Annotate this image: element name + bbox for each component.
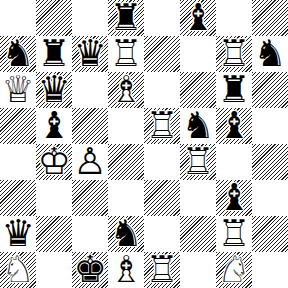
square-b3[interactable] [36,180,72,216]
white-knight-icon: ♘ [216,252,252,288]
white-rook-icon: ♖ [216,216,252,252]
square-c3[interactable] [72,180,108,216]
square-c6[interactable] [72,72,108,108]
square-c7[interactable]: ♛♛ [72,36,108,72]
square-h1[interactable] [252,252,288,288]
piece-black-bishop[interactable]: ♝♝ [36,108,72,144]
white-rook-icon: ♖ [144,252,180,288]
black-bishop-icon: ♝ [216,180,252,216]
white-rook-icon: ♖ [108,36,144,72]
square-f5[interactable]: ♞♞ [180,108,216,144]
piece-white-knight[interactable]: ♞♘ [216,252,252,288]
piece-black-king[interactable]: ♚♚ [72,252,108,288]
piece-white-bishop[interactable]: ♝♗ [108,72,144,108]
piece-white-rook[interactable]: ♜♖ [144,252,180,288]
black-knight-icon: ♞ [180,108,216,144]
square-e8[interactable] [144,0,180,36]
square-g4[interactable] [216,144,252,180]
black-king-icon: ♚ [72,252,108,288]
piece-black-bishop[interactable]: ♝♝ [216,108,252,144]
square-f4[interactable]: ♜♖ [180,144,216,180]
piece-black-knight[interactable]: ♞♞ [108,216,144,252]
square-g5[interactable]: ♝♝ [216,108,252,144]
square-h3[interactable] [252,180,288,216]
white-pawn-icon: ♙ [72,144,108,180]
square-c5[interactable] [72,108,108,144]
square-c8[interactable] [72,0,108,36]
white-king-icon: ♔ [36,144,72,180]
white-knight-icon: ♘ [0,252,36,288]
black-knight-icon: ♞ [108,216,144,252]
square-b6[interactable]: ♛♛ [36,72,72,108]
piece-black-knight[interactable]: ♞♞ [252,36,288,72]
white-rook-icon: ♖ [216,36,252,72]
square-f6[interactable] [180,72,216,108]
square-e6[interactable] [144,72,180,108]
square-a3[interactable] [0,180,36,216]
piece-black-knight[interactable]: ♞♞ [180,108,216,144]
piece-white-queen[interactable]: ♛♕ [0,72,36,108]
square-h5[interactable] [252,108,288,144]
white-bishop-icon: ♗ [108,72,144,108]
white-rook-icon: ♖ [180,144,216,180]
square-b8[interactable] [36,0,72,36]
square-h2[interactable] [252,216,288,252]
square-h6[interactable] [252,72,288,108]
black-rook-icon: ♜ [216,72,252,108]
piece-black-rook[interactable]: ♜♜ [216,72,252,108]
square-f2[interactable] [180,216,216,252]
black-rook-icon: ♜ [36,36,72,72]
square-g3[interactable]: ♝♝ [216,180,252,216]
piece-white-king[interactable]: ♚♔ [36,144,72,180]
square-a6[interactable]: ♛♕ [0,72,36,108]
black-rook-icon: ♜ [108,0,144,36]
piece-white-knight[interactable]: ♞♘ [0,252,36,288]
square-f7[interactable] [180,36,216,72]
piece-white-rook[interactable]: ♜♖ [216,216,252,252]
square-d2[interactable]: ♞♞ [108,216,144,252]
white-bishop-icon: ♗ [108,252,144,288]
square-g7[interactable]: ♜♖ [216,36,252,72]
piece-white-rook[interactable]: ♜♖ [144,108,180,144]
square-c1[interactable]: ♚♚ [72,252,108,288]
square-b7[interactable]: ♜♜ [36,36,72,72]
piece-white-rook[interactable]: ♜♖ [108,36,144,72]
square-d8[interactable]: ♜♜ [108,0,144,36]
square-e2[interactable] [144,216,180,252]
piece-white-pawn[interactable]: ♟♙ [72,144,108,180]
square-g2[interactable]: ♜♖ [216,216,252,252]
black-knight-icon: ♞ [0,36,36,72]
square-a5[interactable] [0,108,36,144]
piece-black-rook[interactable]: ♜♜ [108,0,144,36]
black-bishop-icon: ♝ [216,108,252,144]
piece-black-bishop[interactable]: ♝♝ [180,0,216,36]
square-b2[interactable] [36,216,72,252]
square-g6[interactable]: ♜♜ [216,72,252,108]
white-queen-icon: ♕ [0,72,36,108]
black-bishop-icon: ♝ [180,0,216,36]
black-queen-icon: ♛ [36,72,72,108]
piece-white-rook[interactable]: ♜♖ [180,144,216,180]
piece-black-queen[interactable]: ♛♛ [0,216,36,252]
piece-black-bishop[interactable]: ♝♝ [216,180,252,216]
square-a8[interactable] [0,0,36,36]
square-d7[interactable]: ♜♖ [108,36,144,72]
piece-black-queen[interactable]: ♛♛ [36,72,72,108]
square-b5[interactable]: ♝♝ [36,108,72,144]
square-a1[interactable]: ♞♘ [0,252,36,288]
square-b1[interactable] [36,252,72,288]
square-c2[interactable] [72,216,108,252]
square-a2[interactable]: ♛♛ [0,216,36,252]
square-h7[interactable]: ♞♞ [252,36,288,72]
piece-black-knight[interactable]: ♞♞ [0,36,36,72]
square-c4[interactable]: ♟♙ [72,144,108,180]
square-d6[interactable]: ♝♗ [108,72,144,108]
square-a7[interactable]: ♞♞ [0,36,36,72]
chess-board: ♜♜♝♝♞♞♜♜♛♛♜♖♜♖♞♞♛♕♛♛♝♗♜♜♝♝♜♖♞♞♝♝♚♔♟♙♜♖♝♝… [0,0,288,288]
black-knight-icon: ♞ [252,36,288,72]
square-e3[interactable] [144,180,180,216]
square-b4[interactable]: ♚♔ [36,144,72,180]
square-e5[interactable]: ♜♖ [144,108,180,144]
black-queen-icon: ♛ [0,216,36,252]
square-d5[interactable] [108,108,144,144]
square-g1[interactable]: ♞♘ [216,252,252,288]
square-f1[interactable] [180,252,216,288]
square-d1[interactable]: ♝♗ [108,252,144,288]
square-f8[interactable]: ♝♝ [180,0,216,36]
square-d3[interactable] [108,180,144,216]
square-e1[interactable]: ♜♖ [144,252,180,288]
piece-black-rook[interactable]: ♜♜ [36,36,72,72]
square-f3[interactable] [180,180,216,216]
white-rook-icon: ♖ [144,108,180,144]
square-h4[interactable] [252,144,288,180]
square-a4[interactable] [0,144,36,180]
square-g8[interactable] [216,0,252,36]
piece-white-bishop[interactable]: ♝♗ [108,252,144,288]
square-d4[interactable] [108,144,144,180]
black-bishop-icon: ♝ [36,108,72,144]
square-e7[interactable] [144,36,180,72]
piece-black-queen[interactable]: ♛♛ [72,36,108,72]
square-h8[interactable] [252,0,288,36]
piece-white-rook[interactable]: ♜♖ [216,36,252,72]
square-e4[interactable] [144,144,180,180]
black-queen-icon: ♛ [72,36,108,72]
